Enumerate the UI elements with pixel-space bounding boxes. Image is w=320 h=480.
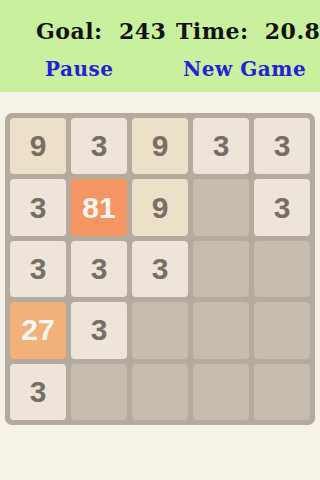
new-game-button[interactable]: New Game [183,57,306,81]
tile-3: 3 [254,118,310,174]
tile-3: 3 [71,118,127,174]
time-label: Time: [176,18,249,44]
empty-cell [193,179,249,235]
tile-3: 3 [254,179,310,235]
tile-27: 27 [10,302,66,358]
empty-cell [132,364,188,420]
tile-3: 3 [71,302,127,358]
goal-label: Goal: [36,18,103,44]
empty-cell [193,241,249,297]
goal-value: 243 [119,18,166,44]
time-value: 20.8 [265,18,320,44]
tile-9: 9 [132,179,188,235]
tile-3: 3 [10,179,66,235]
empty-cell [132,302,188,358]
empty-cell [193,364,249,420]
empty-cell [193,302,249,358]
empty-cell [254,364,310,420]
empty-cell [71,364,127,420]
tile-9: 9 [132,118,188,174]
goal-stat: Goal: 243 [36,18,166,44]
header-bar: Goal: 243 Time: 20.8 Pause New Game [0,0,320,92]
game-screen: Goal: 243 Time: 20.8 Pause New Game 9393… [0,0,320,480]
tile-3: 3 [193,118,249,174]
tile-9: 9 [10,118,66,174]
pause-button[interactable]: Pause [45,57,114,81]
empty-cell [254,302,310,358]
game-board[interactable]: 93933381933332733 [5,113,315,425]
tile-81: 81 [71,179,127,235]
tile-3: 3 [132,241,188,297]
tile-3: 3 [10,241,66,297]
tile-3: 3 [71,241,127,297]
tile-3: 3 [10,364,66,420]
time-stat: Time: 20.8 [176,18,320,44]
empty-cell [254,241,310,297]
